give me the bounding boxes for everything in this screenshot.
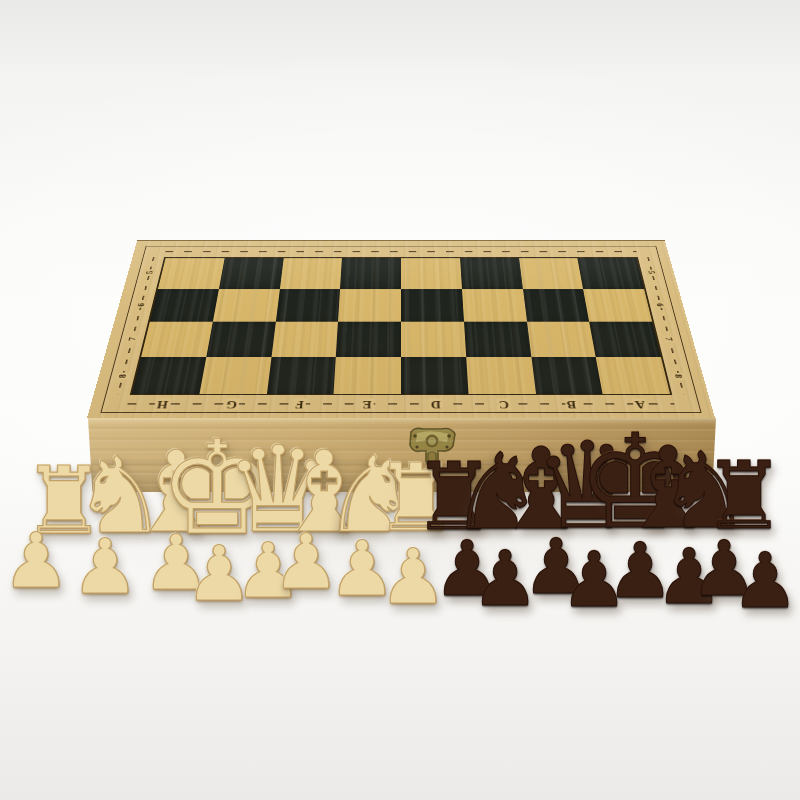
pieces-layer: ♜♞♝♚♛♝♞♜♜♞♝♛♚♝♞♜♟♟♟♟♟♟♟♟♟♟♟♟♟♟♟♟ [0, 0, 800, 800]
chess-set-product-photo: 5678 5678 HGFEDCBA ♜♞♝♚♛♝♞♜♜♞♝♛♚♝♞♜♟♟♟♟♟… [0, 0, 800, 800]
dark-pawn: ♟ [731, 543, 799, 619]
light-pawn: ♟ [2, 523, 70, 599]
light-pawn: ♟ [71, 529, 139, 605]
